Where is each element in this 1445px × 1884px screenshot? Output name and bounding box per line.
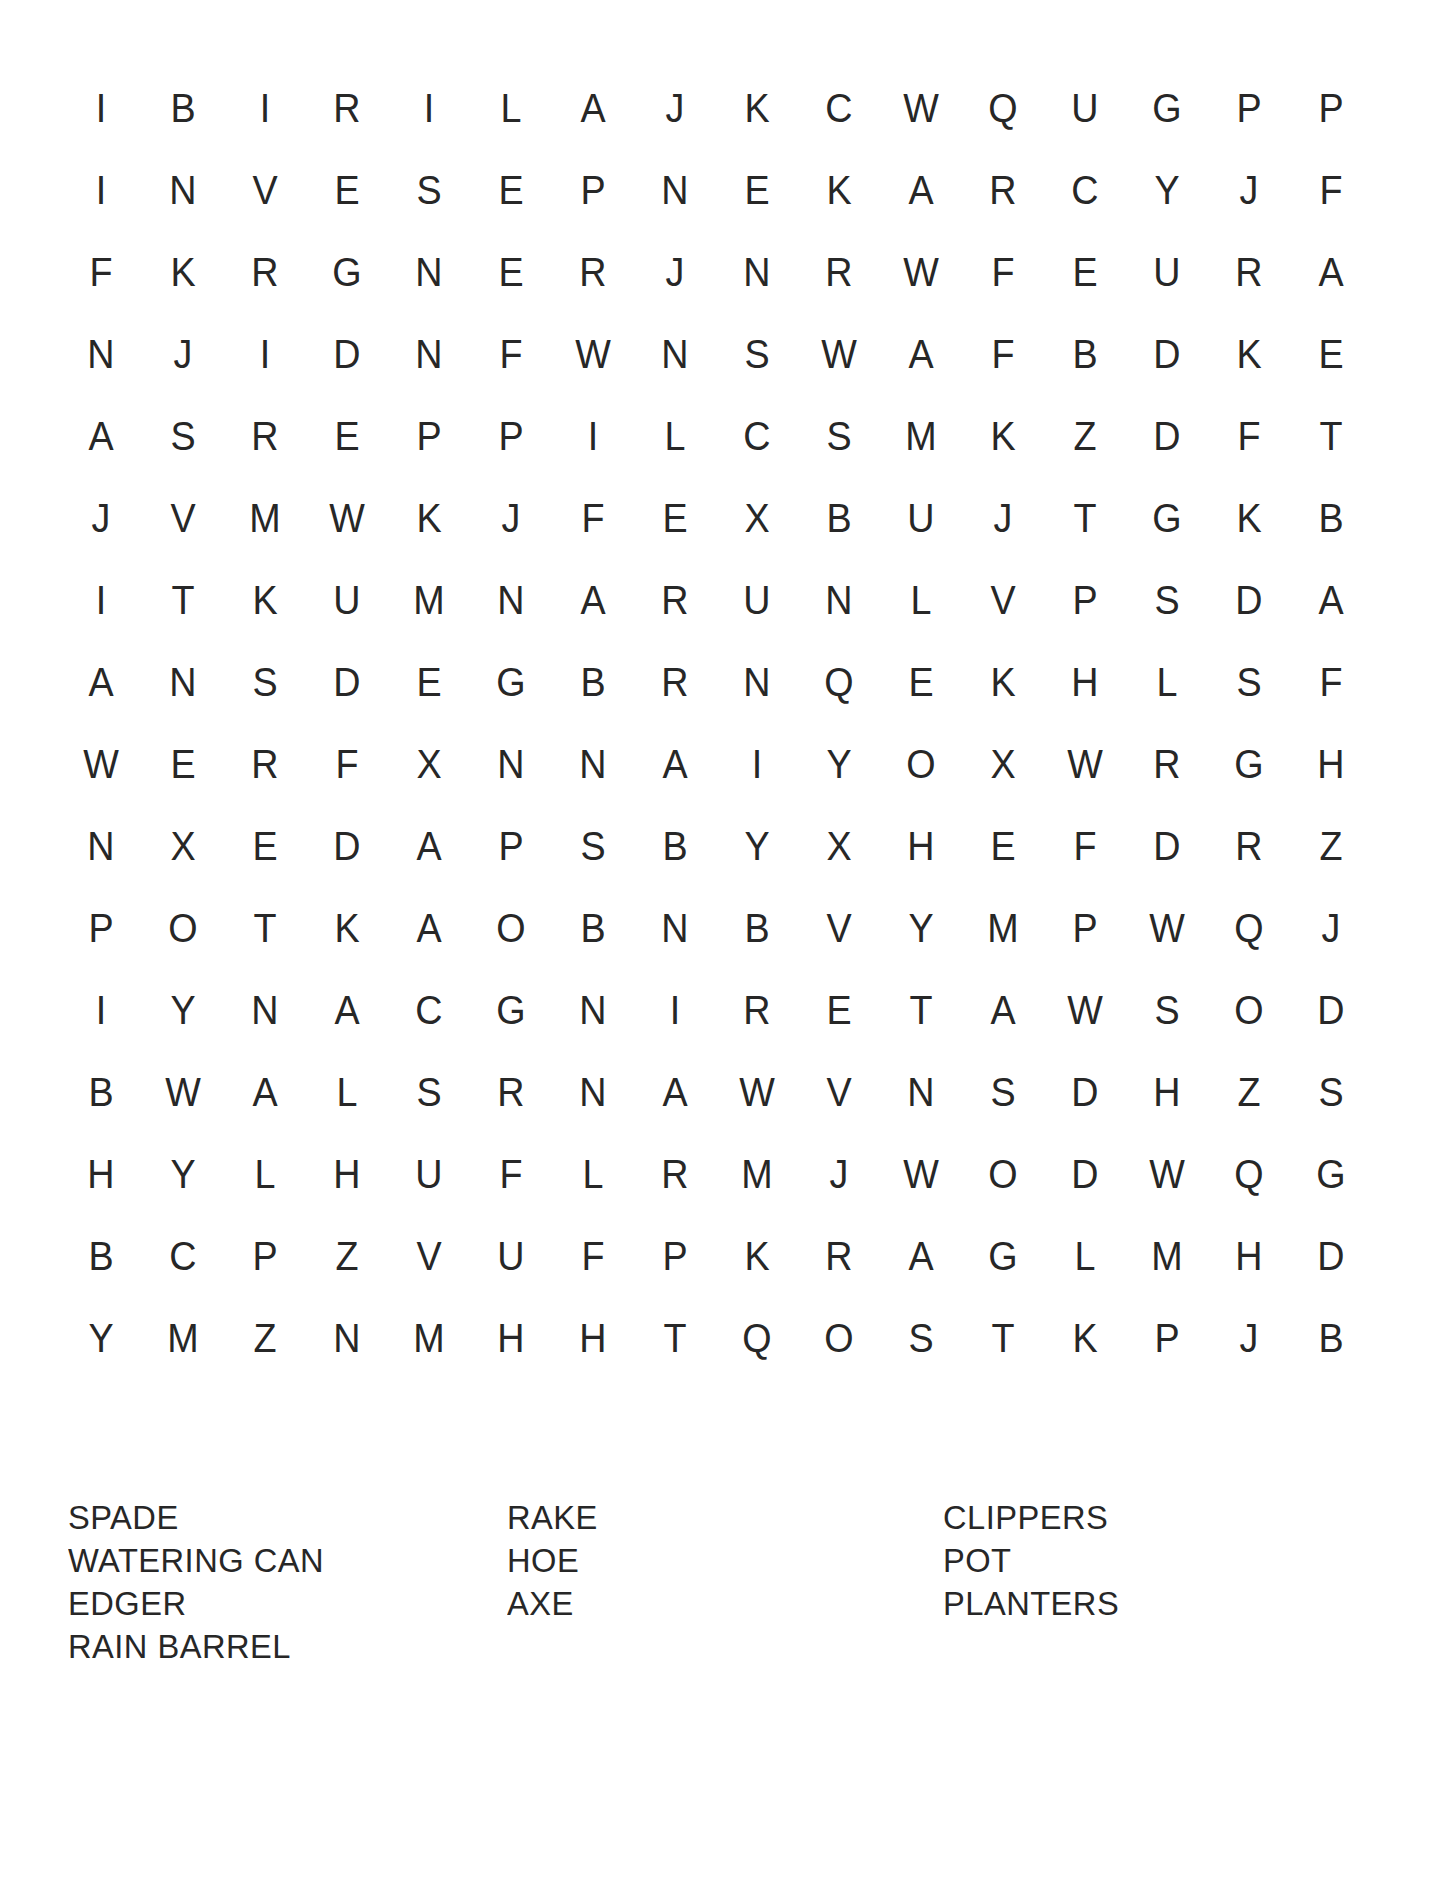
grid-cell-r11c3[interactable]: T (227, 887, 302, 969)
grid-cell-r16c6[interactable]: H (473, 1297, 548, 1379)
grid-cell-r16c11[interactable]: S (883, 1297, 958, 1379)
grid-cell-r14c8[interactable]: R (637, 1133, 712, 1215)
grid-cell-r11c1[interactable]: P (63, 887, 138, 969)
grid-cell-r15c15[interactable]: H (1211, 1215, 1286, 1297)
grid-cell-r11c2[interactable]: O (145, 887, 220, 969)
word-item-spade: SPADE (68, 1496, 324, 1539)
grid-cell-r13c16[interactable]: S (1293, 1051, 1368, 1133)
grid-cell-r14c3[interactable]: L (227, 1133, 302, 1215)
grid-cell-r3c2[interactable]: K (145, 231, 220, 313)
grid-cell-r4c15[interactable]: K (1211, 313, 1286, 395)
grid-cell-r2c7[interactable]: P (555, 149, 630, 231)
grid-cell-r3c1[interactable]: F (63, 231, 138, 313)
grid-cell-r4c1[interactable]: N (63, 313, 138, 395)
grid-cell-r4c14[interactable]: D (1129, 313, 1204, 395)
grid-cell-r5c6[interactable]: P (473, 395, 548, 477)
grid-cell-r11c8[interactable]: N (637, 887, 712, 969)
word-list-col-3: CLIPPERSPOTPLANTERS (943, 1496, 1127, 1625)
grid-cell-r7c4[interactable]: U (309, 559, 384, 641)
grid-cell-r14c15[interactable]: Q (1211, 1133, 1286, 1215)
grid-cell-r2c12[interactable]: R (965, 149, 1040, 231)
grid-cell-r8c12[interactable]: K (965, 641, 1040, 723)
grid-cell-r10c10[interactable]: X (801, 805, 876, 887)
grid-cell-r11c14[interactable]: W (1129, 887, 1204, 969)
grid-cell-r14c13[interactable]: D (1047, 1133, 1122, 1215)
grid-cell-r5c1[interactable]: A (63, 395, 138, 477)
grid-cell-r9c5[interactable]: X (391, 723, 466, 805)
grid-cell-r1c16[interactable]: P (1293, 67, 1368, 149)
grid-cell-r12c4[interactable]: A (309, 969, 384, 1051)
grid-cell-r9c9[interactable]: I (719, 723, 794, 805)
grid-cell-r5c12[interactable]: K (965, 395, 1040, 477)
grid-cell-r3c9[interactable]: N (719, 231, 794, 313)
grid-cell-r13c10[interactable]: V (801, 1051, 876, 1133)
grid-cell-r4c2[interactable]: J (145, 313, 220, 395)
grid-cell-r6c4[interactable]: W (309, 477, 384, 559)
grid-cell-r4c11[interactable]: A (883, 313, 958, 395)
grid-cell-r16c10[interactable]: O (801, 1297, 876, 1379)
grid-cell-r9c12[interactable]: X (965, 723, 1040, 805)
grid-cell-r6c1[interactable]: J (63, 477, 138, 559)
grid-cell-r7c12[interactable]: V (965, 559, 1040, 641)
grid-cell-r6c16[interactable]: B (1293, 477, 1368, 559)
word-item-pot: POT (943, 1539, 1119, 1582)
grid-cell-r16c5[interactable]: M (391, 1297, 466, 1379)
grid-cell-r10c7[interactable]: S (555, 805, 630, 887)
grid-cell-r14c2[interactable]: Y (145, 1133, 220, 1215)
grid-cell-r9c7[interactable]: N (555, 723, 630, 805)
grid-cell-r15c1[interactable]: B (63, 1215, 138, 1297)
grid-cell-r12c8[interactable]: I (637, 969, 712, 1051)
grid-cell-r16c15[interactable]: J (1211, 1297, 1286, 1379)
grid-cell-r1c12[interactable]: Q (965, 67, 1040, 149)
grid-cell-r1c1[interactable]: I (63, 67, 138, 149)
grid-cell-r8c5[interactable]: E (391, 641, 466, 723)
grid-cell-r6c13[interactable]: T (1047, 477, 1122, 559)
grid-cell-r9c11[interactable]: O (883, 723, 958, 805)
grid-cell-r2c8[interactable]: N (637, 149, 712, 231)
grid-cell-r12c16[interactable]: D (1293, 969, 1368, 1051)
grid-cell-r7c15[interactable]: D (1211, 559, 1286, 641)
grid-cell-r9c14[interactable]: R (1129, 723, 1204, 805)
grid-cell-r12c11[interactable]: T (883, 969, 958, 1051)
grid-cell-r16c14[interactable]: P (1129, 1297, 1204, 1379)
grid-cell-r14c10[interactable]: J (801, 1133, 876, 1215)
grid-cell-r8c14[interactable]: L (1129, 641, 1204, 723)
grid-cell-r7c11[interactable]: L (883, 559, 958, 641)
word-item-axe: AXE (507, 1582, 598, 1625)
grid-cell-r2c1[interactable]: I (63, 149, 138, 231)
word-item-edger: EDGER (68, 1582, 324, 1625)
grid-cell-r14c9[interactable]: M (719, 1133, 794, 1215)
grid-cell-r16c16[interactable]: B (1293, 1297, 1368, 1379)
word-search-page: IBIRILAJKCWQUGPPINVESEPNEKARCYJFFKRGNERJ… (0, 0, 1445, 1884)
grid-cell-r7c2[interactable]: T (145, 559, 220, 641)
grid-cell-r6c5[interactable]: K (391, 477, 466, 559)
grid-cell-r1c6[interactable]: L (473, 67, 548, 149)
word-list-col-2: RAKEHOEAXE (507, 1496, 602, 1625)
grid-cell-r11c13[interactable]: P (1047, 887, 1122, 969)
grid-cell-r16c13[interactable]: K (1047, 1297, 1122, 1379)
grid-cell-r13c5[interactable]: S (391, 1051, 466, 1133)
grid-cell-r14c12[interactable]: O (965, 1133, 1040, 1215)
grid-cell-r5c14[interactable]: D (1129, 395, 1204, 477)
grid-cell-r9c3[interactable]: R (227, 723, 302, 805)
grid-cell-r9c4[interactable]: F (309, 723, 384, 805)
grid-cell-r12c6[interactable]: G (473, 969, 548, 1051)
grid-cell-r11c12[interactable]: M (965, 887, 1040, 969)
grid-cell-r13c13[interactable]: D (1047, 1051, 1122, 1133)
grid-cell-r10c4[interactable]: D (309, 805, 384, 887)
grid-cell-r14c7[interactable]: L (555, 1133, 630, 1215)
grid-cell-r15c2[interactable]: C (145, 1215, 220, 1297)
grid-cell-r12c14[interactable]: S (1129, 969, 1204, 1051)
grid-cell-r5c3[interactable]: R (227, 395, 302, 477)
grid-cell-r15c14[interactable]: M (1129, 1215, 1204, 1297)
grid-cell-r12c2[interactable]: Y (145, 969, 220, 1051)
grid-cell-r6c15[interactable]: K (1211, 477, 1286, 559)
grid-cell-r15c11[interactable]: A (883, 1215, 958, 1297)
grid-cell-r8c6[interactable]: G (473, 641, 548, 723)
grid-cell-r16c9[interactable]: Q (719, 1297, 794, 1379)
grid-cell-r12c1[interactable]: I (63, 969, 138, 1051)
grid-cell-r6c11[interactable]: U (883, 477, 958, 559)
grid-cell-r8c15[interactable]: S (1211, 641, 1286, 723)
grid-cell-r10c11[interactable]: H (883, 805, 958, 887)
grid-cell-r4c16[interactable]: E (1293, 313, 1368, 395)
grid-cell-r13c11[interactable]: N (883, 1051, 958, 1133)
grid-cell-r12c13[interactable]: W (1047, 969, 1122, 1051)
letter-grid: IBIRILAJKCWQUGPPINVESEPNEKARCYJFFKRGNERJ… (60, 67, 1372, 1379)
grid-cell-r4c13[interactable]: B (1047, 313, 1122, 395)
grid-cell-r1c7[interactable]: A (555, 67, 630, 149)
grid-cell-r3c10[interactable]: R (801, 231, 876, 313)
grid-cell-r10c1[interactable]: N (63, 805, 138, 887)
grid-cell-r13c3[interactable]: A (227, 1051, 302, 1133)
grid-cell-r15c4[interactable]: Z (309, 1215, 384, 1297)
grid-cell-r3c14[interactable]: U (1129, 231, 1204, 313)
grid-cell-r11c6[interactable]: O (473, 887, 548, 969)
grid-cell-r5c5[interactable]: P (391, 395, 466, 477)
grid-cell-r10c15[interactable]: R (1211, 805, 1286, 887)
grid-cell-r1c4[interactable]: R (309, 67, 384, 149)
grid-cell-r2c4[interactable]: E (309, 149, 384, 231)
grid-cell-r11c11[interactable]: Y (883, 887, 958, 969)
word-item-clippers: CLIPPERS (943, 1496, 1119, 1539)
grid-cell-r10c6[interactable]: P (473, 805, 548, 887)
grid-cell-r1c8[interactable]: J (637, 67, 712, 149)
word-list-col-1: SPADEWATERING CANEDGERRAIN BARREL (68, 1496, 335, 1668)
grid-cell-r4c5[interactable]: N (391, 313, 466, 395)
grid-cell-r15c9[interactable]: K (719, 1215, 794, 1297)
grid-cell-r5c16[interactable]: T (1293, 395, 1368, 477)
grid-cell-r10c16[interactable]: Z (1293, 805, 1368, 887)
word-item-rain-barrel: RAIN BARREL (68, 1625, 324, 1668)
grid-cell-r13c8[interactable]: A (637, 1051, 712, 1133)
grid-cell-r7c10[interactable]: N (801, 559, 876, 641)
grid-cell-r2c10[interactable]: K (801, 149, 876, 231)
grid-cell-r16c2[interactable]: M (145, 1297, 220, 1379)
grid-cell-r1c10[interactable]: C (801, 67, 876, 149)
grid-cell-r9c10[interactable]: Y (801, 723, 876, 805)
grid-cell-r10c5[interactable]: A (391, 805, 466, 887)
grid-cell-r7c6[interactable]: N (473, 559, 548, 641)
grid-cell-r5c7[interactable]: I (555, 395, 630, 477)
grid-cell-r13c12[interactable]: S (965, 1051, 1040, 1133)
grid-cell-r8c1[interactable]: A (63, 641, 138, 723)
grid-cell-r3c13[interactable]: E (1047, 231, 1122, 313)
grid-cell-r3c5[interactable]: N (391, 231, 466, 313)
grid-cell-r12c10[interactable]: E (801, 969, 876, 1051)
grid-cell-r8c9[interactable]: N (719, 641, 794, 723)
grid-cell-r5c15[interactable]: F (1211, 395, 1286, 477)
grid-cell-r8c11[interactable]: E (883, 641, 958, 723)
grid-cell-r4c6[interactable]: F (473, 313, 548, 395)
grid-cell-r12c12[interactable]: A (965, 969, 1040, 1051)
word-item-hoe: HOE (507, 1539, 598, 1582)
grid-cell-r2c13[interactable]: C (1047, 149, 1122, 231)
grid-cell-r16c1[interactable]: Y (63, 1297, 138, 1379)
grid-cell-r2c11[interactable]: A (883, 149, 958, 231)
grid-cell-r10c9[interactable]: Y (719, 805, 794, 887)
grid-cell-r15c10[interactable]: R (801, 1215, 876, 1297)
grid-cell-r10c2[interactable]: X (145, 805, 220, 887)
grid-cell-r6c10[interactable]: B (801, 477, 876, 559)
grid-cell-r8c2[interactable]: N (145, 641, 220, 723)
grid-cell-r3c11[interactable]: W (883, 231, 958, 313)
grid-cell-r2c15[interactable]: J (1211, 149, 1286, 231)
grid-cell-r9c13[interactable]: W (1047, 723, 1122, 805)
grid-cell-r6c6[interactable]: J (473, 477, 548, 559)
grid-cell-r12c9[interactable]: R (719, 969, 794, 1051)
grid-cell-r8c7[interactable]: B (555, 641, 630, 723)
grid-cell-r6c8[interactable]: E (637, 477, 712, 559)
grid-cell-r14c4[interactable]: H (309, 1133, 384, 1215)
grid-cell-r15c8[interactable]: P (637, 1215, 712, 1297)
grid-cell-r5c10[interactable]: S (801, 395, 876, 477)
grid-cell-r16c3[interactable]: Z (227, 1297, 302, 1379)
grid-cell-r11c7[interactable]: B (555, 887, 630, 969)
grid-cell-r3c4[interactable]: G (309, 231, 384, 313)
grid-cell-r5c8[interactable]: L (637, 395, 712, 477)
grid-cell-r4c3[interactable]: I (227, 313, 302, 395)
grid-cell-r2c16[interactable]: F (1293, 149, 1368, 231)
grid-cell-r4c7[interactable]: W (555, 313, 630, 395)
grid-cell-r4c9[interactable]: S (719, 313, 794, 395)
grid-cell-r2c2[interactable]: N (145, 149, 220, 231)
grid-cell-r11c5[interactable]: A (391, 887, 466, 969)
grid-cell-r1c13[interactable]: U (1047, 67, 1122, 149)
grid-cell-r4c8[interactable]: N (637, 313, 712, 395)
grid-cell-r5c9[interactable]: C (719, 395, 794, 477)
grid-cell-r15c5[interactable]: V (391, 1215, 466, 1297)
grid-cell-r8c13[interactable]: H (1047, 641, 1122, 723)
grid-cell-r1c15[interactable]: P (1211, 67, 1286, 149)
grid-cell-r16c7[interactable]: H (555, 1297, 630, 1379)
grid-cell-r15c12[interactable]: G (965, 1215, 1040, 1297)
grid-cell-r15c3[interactable]: P (227, 1215, 302, 1297)
grid-cell-r15c13[interactable]: L (1047, 1215, 1122, 1297)
grid-cell-r1c3[interactable]: I (227, 67, 302, 149)
grid-cell-r3c16[interactable]: A (1293, 231, 1368, 313)
grid-cell-r8c3[interactable]: S (227, 641, 302, 723)
grid-cell-r12c5[interactable]: C (391, 969, 466, 1051)
grid-cell-r7c16[interactable]: A (1293, 559, 1368, 641)
grid-cell-r3c6[interactable]: E (473, 231, 548, 313)
grid-cell-r7c7[interactable]: A (555, 559, 630, 641)
grid-cell-r5c11[interactable]: M (883, 395, 958, 477)
grid-cell-r9c15[interactable]: G (1211, 723, 1286, 805)
grid-cell-r11c15[interactable]: Q (1211, 887, 1286, 969)
grid-cell-r3c12[interactable]: F (965, 231, 1040, 313)
grid-cell-r13c4[interactable]: L (309, 1051, 384, 1133)
grid-cell-r6c9[interactable]: X (719, 477, 794, 559)
grid-cell-r11c16[interactable]: J (1293, 887, 1368, 969)
grid-cell-r13c7[interactable]: N (555, 1051, 630, 1133)
grid-cell-r13c6[interactable]: R (473, 1051, 548, 1133)
grid-cell-r11c10[interactable]: V (801, 887, 876, 969)
grid-cell-r14c6[interactable]: F (473, 1133, 548, 1215)
grid-cell-r10c13[interactable]: F (1047, 805, 1122, 887)
grid-cell-r7c1[interactable]: I (63, 559, 138, 641)
grid-cell-r7c14[interactable]: S (1129, 559, 1204, 641)
grid-cell-r7c13[interactable]: P (1047, 559, 1122, 641)
grid-cell-r13c14[interactable]: H (1129, 1051, 1204, 1133)
grid-cell-r13c2[interactable]: W (145, 1051, 220, 1133)
grid-cell-r9c1[interactable]: W (63, 723, 138, 805)
grid-cell-r12c7[interactable]: N (555, 969, 630, 1051)
grid-cell-r2c14[interactable]: Y (1129, 149, 1204, 231)
grid-cell-r1c2[interactable]: B (145, 67, 220, 149)
grid-cell-r7c8[interactable]: R (637, 559, 712, 641)
grid-cell-r5c4[interactable]: E (309, 395, 384, 477)
grid-cell-r4c12[interactable]: F (965, 313, 1040, 395)
word-item-watering-can: WATERING CAN (68, 1539, 324, 1582)
grid-cell-r5c2[interactable]: S (145, 395, 220, 477)
grid-cell-r12c3[interactable]: N (227, 969, 302, 1051)
grid-cell-r3c8[interactable]: J (637, 231, 712, 313)
grid-cell-r1c14[interactable]: G (1129, 67, 1204, 149)
grid-cell-r16c8[interactable]: T (637, 1297, 712, 1379)
grid-cell-r7c5[interactable]: M (391, 559, 466, 641)
grid-cell-r9c2[interactable]: E (145, 723, 220, 805)
grid-cell-r10c3[interactable]: E (227, 805, 302, 887)
grid-cell-r13c1[interactable]: B (63, 1051, 138, 1133)
grid-cell-r8c4[interactable]: D (309, 641, 384, 723)
grid-cell-r11c4[interactable]: K (309, 887, 384, 969)
grid-cell-r14c11[interactable]: W (883, 1133, 958, 1215)
grid-cell-r4c4[interactable]: D (309, 313, 384, 395)
grid-cell-r7c3[interactable]: K (227, 559, 302, 641)
grid-cell-r9c6[interactable]: N (473, 723, 548, 805)
grid-cell-r12c15[interactable]: O (1211, 969, 1286, 1051)
grid-cell-r2c5[interactable]: S (391, 149, 466, 231)
grid-cell-r15c6[interactable]: U (473, 1215, 548, 1297)
grid-cell-r1c11[interactable]: W (883, 67, 958, 149)
grid-cell-r9c8[interactable]: A (637, 723, 712, 805)
grid-cell-r8c16[interactable]: F (1293, 641, 1368, 723)
grid-cell-r8c10[interactable]: Q (801, 641, 876, 723)
grid-cell-r15c7[interactable]: F (555, 1215, 630, 1297)
grid-cell-r14c1[interactable]: H (63, 1133, 138, 1215)
grid-cell-r1c5[interactable]: I (391, 67, 466, 149)
grid-cell-r6c7[interactable]: F (555, 477, 630, 559)
word-item-rake: RAKE (507, 1496, 598, 1539)
grid-cell-r2c6[interactable]: E (473, 149, 548, 231)
grid-cell-r14c14[interactable]: W (1129, 1133, 1204, 1215)
grid-cell-r10c8[interactable]: B (637, 805, 712, 887)
grid-cell-r6c12[interactable]: J (965, 477, 1040, 559)
grid-cell-r9c16[interactable]: H (1293, 723, 1368, 805)
grid-cell-r6c2[interactable]: V (145, 477, 220, 559)
grid-cell-r6c3[interactable]: M (227, 477, 302, 559)
word-list: SPADEWATERING CANEDGERRAIN BARREL RAKEHO… (0, 1496, 1445, 1696)
grid-cell-r6c14[interactable]: G (1129, 477, 1204, 559)
grid-cell-r2c3[interactable]: V (227, 149, 302, 231)
grid-cell-r5c13[interactable]: Z (1047, 395, 1122, 477)
grid-cell-r13c9[interactable]: W (719, 1051, 794, 1133)
grid-cell-r14c16[interactable]: G (1293, 1133, 1368, 1215)
grid-cell-r11c9[interactable]: B (719, 887, 794, 969)
grid-cell-r16c4[interactable]: N (309, 1297, 384, 1379)
grid-cell-r4c10[interactable]: W (801, 313, 876, 395)
grid-cell-r3c3[interactable]: R (227, 231, 302, 313)
grid-cell-r2c9[interactable]: E (719, 149, 794, 231)
word-item-planters: PLANTERS (943, 1582, 1119, 1625)
grid-cell-r15c16[interactable]: D (1293, 1215, 1368, 1297)
grid-cell-r13c15[interactable]: Z (1211, 1051, 1286, 1133)
grid-cell-r10c14[interactable]: D (1129, 805, 1204, 887)
grid-cell-r3c7[interactable]: R (555, 231, 630, 313)
grid-cell-r1c9[interactable]: K (719, 67, 794, 149)
grid-cell-r14c5[interactable]: U (391, 1133, 466, 1215)
grid-cell-r16c12[interactable]: T (965, 1297, 1040, 1379)
grid-cell-r7c9[interactable]: U (719, 559, 794, 641)
grid-cell-r3c15[interactable]: R (1211, 231, 1286, 313)
grid-cell-r10c12[interactable]: E (965, 805, 1040, 887)
grid-cell-r8c8[interactable]: R (637, 641, 712, 723)
